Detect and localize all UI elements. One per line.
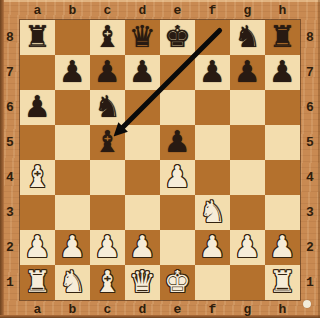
square-a3[interactable] (20, 195, 55, 230)
black-rook-h8: ♜ (269, 22, 296, 52)
black-knight-g8: ♞ (234, 22, 261, 52)
square-b4[interactable] (55, 160, 90, 195)
square-h3[interactable] (265, 195, 300, 230)
rank-label-3: 3 (300, 195, 320, 230)
white-bishop-c1: ♝ (94, 267, 121, 297)
file-label-c: c (90, 300, 125, 318)
white-king-e1: ♚ (164, 267, 191, 297)
rank-label-4: 4 (300, 160, 320, 195)
white-queen-d1: ♛ (129, 267, 156, 297)
black-pawn-c7: ♟ (94, 57, 121, 87)
square-g1[interactable] (230, 265, 265, 300)
rank-label-5: 5 (300, 125, 320, 160)
file-label-g: g (230, 300, 265, 318)
chess-diagram: abcdefgh abcdefgh 87654321 87654321 ♜♝♛♚… (0, 0, 320, 318)
white-knight-f3: ♞ (199, 197, 226, 227)
square-e8[interactable]: ♚ (160, 20, 195, 55)
file-label-e: e (160, 300, 195, 318)
black-king-e8: ♚ (164, 22, 191, 52)
square-f1[interactable] (195, 265, 230, 300)
square-d4[interactable] (125, 160, 160, 195)
rank-labels-left: 87654321 (0, 20, 20, 300)
square-c8[interactable]: ♝ (90, 20, 125, 55)
file-label-b: b (55, 300, 90, 318)
rank-label-7: 7 (300, 55, 320, 90)
black-pawn-g7: ♟ (234, 57, 261, 87)
square-e3[interactable] (160, 195, 195, 230)
black-knight-c6: ♞ (94, 92, 121, 122)
black-pawn-d7: ♟ (129, 57, 156, 87)
file-labels-bottom: abcdefgh (20, 300, 300, 318)
square-g5[interactable] (230, 125, 265, 160)
black-bishop-c5: ♝ (94, 127, 121, 157)
square-g2[interactable]: ♟ (230, 230, 265, 265)
rank-labels-right: 87654321 (300, 20, 320, 300)
white-rook-a1: ♜ (24, 267, 51, 297)
black-pawn-a6: ♟ (24, 92, 51, 122)
black-rook-a8: ♜ (24, 22, 51, 52)
square-d1[interactable]: ♛ (125, 265, 160, 300)
white-pawn-g2: ♟ (234, 232, 261, 262)
file-label-e: e (160, 0, 195, 20)
square-b7[interactable]: ♟ (55, 55, 90, 90)
file-label-b: b (55, 0, 90, 20)
square-a2[interactable]: ♟ (20, 230, 55, 265)
rank-label-8: 8 (300, 20, 320, 55)
square-e2[interactable] (160, 230, 195, 265)
chess-board: ♜♝♛♚♞♜♟♟♟♟♟♟♟♞♝♟♝♟♞♟♟♟♟♟♟♟♜♞♝♛♚♜ (20, 20, 300, 300)
square-e4[interactable]: ♟ (160, 160, 195, 195)
square-e7[interactable] (160, 55, 195, 90)
rank-label-6: 6 (300, 90, 320, 125)
square-d8[interactable]: ♛ (125, 20, 160, 55)
square-g8[interactable]: ♞ (230, 20, 265, 55)
square-f2[interactable]: ♟ (195, 230, 230, 265)
square-c1[interactable]: ♝ (90, 265, 125, 300)
square-g4[interactable] (230, 160, 265, 195)
square-f7[interactable]: ♟ (195, 55, 230, 90)
square-e1[interactable]: ♚ (160, 265, 195, 300)
file-label-d: d (125, 0, 160, 20)
square-a6[interactable]: ♟ (20, 90, 55, 125)
rank-label-6: 6 (0, 90, 20, 125)
square-e5[interactable]: ♟ (160, 125, 195, 160)
square-c4[interactable] (90, 160, 125, 195)
square-f8[interactable] (195, 20, 230, 55)
square-g6[interactable] (230, 90, 265, 125)
square-g3[interactable] (230, 195, 265, 230)
square-f6[interactable] (195, 90, 230, 125)
rank-label-3: 3 (0, 195, 20, 230)
file-label-h: h (265, 0, 300, 20)
square-b1[interactable]: ♞ (55, 265, 90, 300)
square-a4[interactable]: ♝ (20, 160, 55, 195)
square-b2[interactable]: ♟ (55, 230, 90, 265)
square-d3[interactable] (125, 195, 160, 230)
square-h1[interactable]: ♜ (265, 265, 300, 300)
white-pawn-e4: ♟ (164, 162, 191, 192)
file-label-d: d (125, 300, 160, 318)
square-h5[interactable] (265, 125, 300, 160)
square-d5[interactable] (125, 125, 160, 160)
square-c7[interactable]: ♟ (90, 55, 125, 90)
square-g7[interactable]: ♟ (230, 55, 265, 90)
square-b5[interactable] (55, 125, 90, 160)
square-c5[interactable]: ♝ (90, 125, 125, 160)
square-h6[interactable] (265, 90, 300, 125)
black-bishop-c8: ♝ (94, 22, 121, 52)
white-knight-b1: ♞ (59, 267, 86, 297)
rank-label-1: 1 (0, 265, 20, 300)
black-pawn-b7: ♟ (59, 57, 86, 87)
square-a1[interactable]: ♜ (20, 265, 55, 300)
square-h8[interactable]: ♜ (265, 20, 300, 55)
file-label-h: h (265, 300, 300, 318)
file-labels-top: abcdefgh (20, 0, 300, 20)
file-label-g: g (230, 0, 265, 20)
square-a7[interactable] (20, 55, 55, 90)
square-h4[interactable] (265, 160, 300, 195)
white-rook-h1: ♜ (269, 267, 296, 297)
white-pawn-h2: ♟ (269, 232, 296, 262)
black-pawn-e5: ♟ (164, 127, 191, 157)
square-f4[interactable] (195, 160, 230, 195)
square-d7[interactable]: ♟ (125, 55, 160, 90)
square-e6[interactable] (160, 90, 195, 125)
file-label-a: a (20, 300, 55, 318)
rank-label-7: 7 (0, 55, 20, 90)
file-label-f: f (195, 0, 230, 20)
white-to-move-indicator (303, 300, 311, 308)
square-c2[interactable]: ♟ (90, 230, 125, 265)
square-b6[interactable] (55, 90, 90, 125)
square-h7[interactable]: ♟ (265, 55, 300, 90)
white-pawn-f2: ♟ (199, 232, 226, 262)
black-pawn-h7: ♟ (269, 57, 296, 87)
rank-label-8: 8 (0, 20, 20, 55)
square-b8[interactable] (55, 20, 90, 55)
rank-label-2: 2 (0, 230, 20, 265)
white-pawn-d2: ♟ (129, 232, 156, 262)
black-pawn-f7: ♟ (199, 57, 226, 87)
rank-label-1: 1 (300, 265, 320, 300)
white-pawn-c2: ♟ (94, 232, 121, 262)
square-a8[interactable]: ♜ (20, 20, 55, 55)
square-f3[interactable]: ♞ (195, 195, 230, 230)
black-queen-d8: ♛ (129, 22, 156, 52)
file-label-c: c (90, 0, 125, 20)
square-c6[interactable]: ♞ (90, 90, 125, 125)
white-pawn-a2: ♟ (24, 232, 51, 262)
square-d6[interactable] (125, 90, 160, 125)
square-f5[interactable] (195, 125, 230, 160)
square-h2[interactable]: ♟ (265, 230, 300, 265)
rank-label-2: 2 (300, 230, 320, 265)
white-pawn-b2: ♟ (59, 232, 86, 262)
rank-label-4: 4 (0, 160, 20, 195)
file-label-a: a (20, 0, 55, 20)
rank-label-5: 5 (0, 125, 20, 160)
square-a5[interactable] (20, 125, 55, 160)
square-d2[interactable]: ♟ (125, 230, 160, 265)
square-b3[interactable] (55, 195, 90, 230)
white-bishop-a4: ♝ (24, 162, 51, 192)
file-label-f: f (195, 300, 230, 318)
square-c3[interactable] (90, 195, 125, 230)
